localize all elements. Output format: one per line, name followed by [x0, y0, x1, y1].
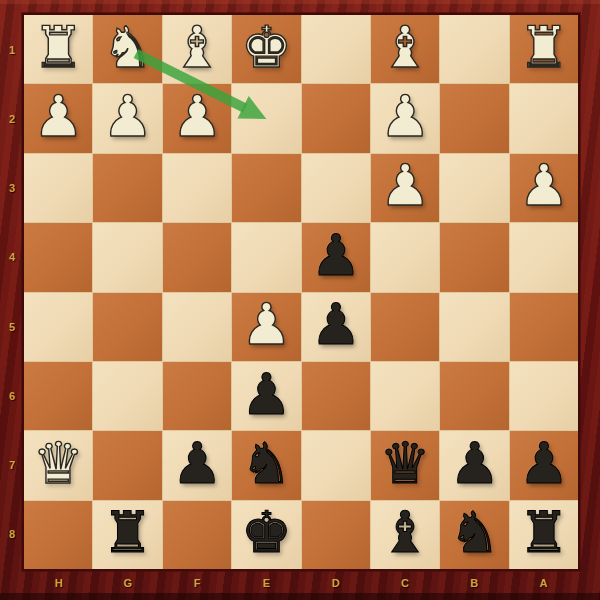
piece-wP-e5: ♟: [241, 296, 292, 353]
piece-wP-h2: ♟: [33, 88, 84, 145]
square-c5[interactable]: [371, 293, 439, 361]
square-b5[interactable]: [440, 293, 508, 361]
square-g1[interactable]: ♞: [93, 15, 161, 83]
square-b2[interactable]: [440, 84, 508, 152]
square-e7[interactable]: ♞: [232, 431, 300, 499]
square-b7[interactable]: ♟: [440, 431, 508, 499]
piece-wR-h1: ♜: [33, 19, 84, 76]
square-f4[interactable]: [163, 223, 231, 291]
square-g2[interactable]: ♟: [93, 84, 161, 152]
piece-bQ-c7: ♛: [380, 435, 431, 492]
square-d4[interactable]: ♟: [302, 223, 370, 291]
square-d1[interactable]: [302, 15, 370, 83]
piece-bP-d5: ♟: [310, 296, 361, 353]
square-c4[interactable]: [371, 223, 439, 291]
piece-bP-b7: ♟: [449, 435, 500, 492]
square-h6[interactable]: [24, 362, 92, 430]
square-g3[interactable]: [93, 154, 161, 222]
piece-wB-f1: ♝: [171, 19, 222, 76]
rank-label-6: 6: [9, 390, 15, 402]
square-a3[interactable]: ♟: [510, 154, 578, 222]
square-a6[interactable]: [510, 362, 578, 430]
piece-bP-f7: ♟: [171, 435, 222, 492]
square-b3[interactable]: [440, 154, 508, 222]
square-h5[interactable]: [24, 293, 92, 361]
rank-label-1: 1: [9, 44, 15, 56]
square-h4[interactable]: [24, 223, 92, 291]
square-a1[interactable]: ♜: [510, 15, 578, 83]
square-d6[interactable]: [302, 362, 370, 430]
piece-bP-a7: ♟: [518, 435, 569, 492]
square-h1[interactable]: ♜: [24, 15, 92, 83]
square-c2[interactable]: ♟: [371, 84, 439, 152]
file-labels: HGFEDCBA: [24, 569, 578, 595]
square-d2[interactable]: [302, 84, 370, 152]
square-e8[interactable]: ♚: [232, 501, 300, 569]
piece-bB-c8: ♝: [380, 504, 431, 561]
square-a4[interactable]: [510, 223, 578, 291]
rank-label-8: 8: [9, 528, 15, 540]
piece-bK-e8: ♚: [241, 504, 292, 561]
square-f3[interactable]: [163, 154, 231, 222]
file-label-D: D: [332, 577, 340, 589]
square-c3[interactable]: ♟: [371, 154, 439, 222]
piece-wB-c1: ♝: [380, 19, 431, 76]
square-c7[interactable]: ♛: [371, 431, 439, 499]
square-h7[interactable]: ♛: [24, 431, 92, 499]
piece-bN-e7: ♞: [241, 435, 292, 492]
file-label-G: G: [124, 577, 133, 589]
square-g6[interactable]: [93, 362, 161, 430]
square-f5[interactable]: [163, 293, 231, 361]
square-f6[interactable]: [163, 362, 231, 430]
square-b4[interactable]: [440, 223, 508, 291]
square-a8[interactable]: ♜: [510, 501, 578, 569]
square-e6[interactable]: ♟: [232, 362, 300, 430]
square-b1[interactable]: [440, 15, 508, 83]
square-e1[interactable]: ♚: [232, 15, 300, 83]
square-g7[interactable]: [93, 431, 161, 499]
piece-bP-d4: ♟: [310, 227, 361, 284]
rank-label-3: 3: [9, 182, 15, 194]
square-e4[interactable]: [232, 223, 300, 291]
square-a5[interactable]: [510, 293, 578, 361]
rank-label-2: 2: [9, 113, 15, 125]
rank-label-7: 7: [9, 459, 15, 471]
square-c1[interactable]: ♝: [371, 15, 439, 83]
rank-labels: 12345678: [0, 15, 24, 569]
piece-wP-c2: ♟: [380, 88, 431, 145]
chess-board: ♜♞♝♚♝♜♟♟♟♟♟♟♟♟♟♟♛♟♞♛♟♟♜♚♝♞♜: [24, 15, 578, 569]
square-d5[interactable]: ♟: [302, 293, 370, 361]
square-e5[interactable]: ♟: [232, 293, 300, 361]
square-h3[interactable]: [24, 154, 92, 222]
square-g4[interactable]: [93, 223, 161, 291]
piece-wK-e1: ♚: [241, 19, 292, 76]
piece-wQ-h7: ♛: [33, 435, 84, 492]
square-g8[interactable]: ♜: [93, 501, 161, 569]
file-label-F: F: [194, 577, 201, 589]
file-label-E: E: [263, 577, 270, 589]
rank-label-5: 5: [9, 321, 15, 333]
square-f8[interactable]: [163, 501, 231, 569]
piece-wP-a3: ♟: [518, 157, 569, 214]
square-c8[interactable]: ♝: [371, 501, 439, 569]
piece-wP-c3: ♟: [380, 157, 431, 214]
square-d8[interactable]: [302, 501, 370, 569]
square-f7[interactable]: ♟: [163, 431, 231, 499]
piece-bP-e6: ♟: [241, 366, 292, 423]
rank-label-4: 4: [9, 251, 15, 263]
square-e2[interactable]: [232, 84, 300, 152]
square-f1[interactable]: ♝: [163, 15, 231, 83]
file-label-B: B: [470, 577, 478, 589]
square-h8[interactable]: [24, 501, 92, 569]
square-f2[interactable]: ♟: [163, 84, 231, 152]
square-c6[interactable]: [371, 362, 439, 430]
piece-bR-g8: ♜: [102, 504, 153, 561]
piece-wN-g1: ♞: [102, 19, 153, 76]
square-a2[interactable]: [510, 84, 578, 152]
piece-wP-g2: ♟: [102, 88, 153, 145]
file-label-A: A: [539, 577, 547, 589]
square-g5[interactable]: [93, 293, 161, 361]
file-label-C: C: [401, 577, 409, 589]
square-e3[interactable]: [232, 154, 300, 222]
piece-bR-a8: ♜: [518, 504, 569, 561]
piece-wP-f2: ♟: [171, 88, 222, 145]
chess-app-screen: 12345678 HGFEDCBA ♜♞♝♚♝♜♟♟♟♟♟♟♟♟♟♟♛♟♞♛♟♟…: [0, 0, 600, 600]
square-d3[interactable]: [302, 154, 370, 222]
square-h2[interactable]: ♟: [24, 84, 92, 152]
square-b6[interactable]: [440, 362, 508, 430]
piece-bN-b8: ♞: [449, 504, 500, 561]
square-b8[interactable]: ♞: [440, 501, 508, 569]
square-d7[interactable]: [302, 431, 370, 499]
piece-wR-a1: ♜: [518, 19, 569, 76]
file-label-H: H: [55, 577, 63, 589]
square-a7[interactable]: ♟: [510, 431, 578, 499]
